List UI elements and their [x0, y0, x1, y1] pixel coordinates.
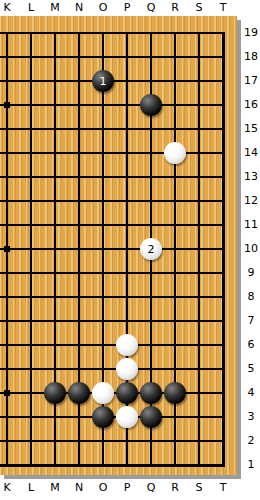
col-label-bottom-T: T — [211, 481, 235, 495]
col-label-bottom-N: N — [67, 481, 91, 495]
col-label-bottom-P: P — [115, 481, 139, 495]
go-diagram: KLMNOPQRST 12 19181716151413121110987654… — [0, 0, 260, 500]
column-labels-bottom: KLMNOPQRST — [0, 0, 260, 500]
col-label-bottom-R: R — [163, 481, 187, 495]
col-label-bottom-S: S — [187, 481, 211, 495]
col-label-bottom-M: M — [43, 481, 67, 495]
col-label-bottom-O: O — [91, 481, 115, 495]
col-label-bottom-Q: Q — [139, 481, 163, 495]
col-label-bottom-K: K — [0, 481, 19, 495]
col-label-bottom-L: L — [19, 481, 43, 495]
